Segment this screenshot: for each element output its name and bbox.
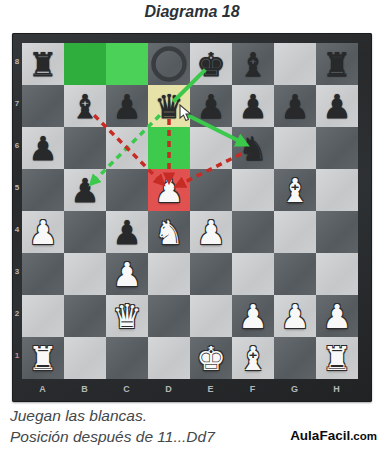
piece-black-bishop[interactable]: ♝	[64, 85, 106, 127]
piece-white-pawn[interactable]: ♟	[106, 253, 148, 295]
square-g3[interactable]	[274, 253, 316, 295]
square-h1[interactable]: ♜	[316, 337, 358, 379]
square-e4[interactable]: ♟	[190, 211, 232, 253]
file-label-e: E	[190, 384, 232, 394]
square-c4[interactable]: ♟	[106, 211, 148, 253]
piece-white-pawn[interactable]: ♟	[316, 295, 358, 337]
square-b8[interactable]	[64, 43, 106, 85]
logo-brand: AulaFacil	[290, 428, 350, 443]
square-e2[interactable]	[190, 295, 232, 337]
rank-label-4: 4	[12, 225, 22, 234]
square-a2[interactable]	[22, 295, 64, 337]
square-c2[interactable]: ♛	[106, 295, 148, 337]
page: Diagrama 18 ♜♚♝♜♝♟♛♟♟♟♟♟♞♟♟♝♟♟♞♟♟♛♟♟♟♜♚♝…	[0, 0, 384, 452]
caption-block: Juegan las blancas. Posición después de …	[10, 405, 215, 447]
piece-black-pawn[interactable]: ♟	[106, 211, 148, 253]
square-e8[interactable]: ♚	[190, 43, 232, 85]
square-g6[interactable]	[274, 127, 316, 169]
square-a1[interactable]: ♜	[22, 337, 64, 379]
piece-white-bishop[interactable]: ♝	[274, 169, 316, 211]
file-label-h: H	[316, 384, 358, 394]
piece-black-knight[interactable]: ♞	[232, 127, 274, 169]
square-b2[interactable]	[64, 295, 106, 337]
file-label-f: F	[232, 384, 274, 394]
square-a6[interactable]: ♟	[22, 127, 64, 169]
square-d3[interactable]	[148, 253, 190, 295]
file-label-d: D	[148, 384, 190, 394]
square-g5[interactable]: ♝	[274, 169, 316, 211]
square-b4[interactable]	[64, 211, 106, 253]
chess-board: ♜♚♝♜♝♟♛♟♟♟♟♟♞♟♟♝♟♟♞♟♟♛♟♟♟♜♚♝♜	[22, 43, 358, 379]
square-f3[interactable]	[232, 253, 274, 295]
square-f4[interactable]	[232, 211, 274, 253]
piece-white-pawn[interactable]: ♟	[22, 211, 64, 253]
square-c7[interactable]: ♟	[106, 85, 148, 127]
piece-black-pawn[interactable]: ♟	[22, 127, 64, 169]
piece-black-rook[interactable]: ♜	[316, 43, 358, 85]
square-d1[interactable]	[148, 337, 190, 379]
square-h4[interactable]	[316, 211, 358, 253]
square-f2[interactable]: ♟	[232, 295, 274, 337]
square-h6[interactable]	[316, 127, 358, 169]
rank-label-3: 3	[12, 267, 22, 276]
square-h5[interactable]	[316, 169, 358, 211]
square-e3[interactable]	[190, 253, 232, 295]
square-f1[interactable]: ♝	[232, 337, 274, 379]
piece-black-pawn[interactable]: ♟	[106, 85, 148, 127]
square-e5[interactable]	[190, 169, 232, 211]
square-f7[interactable]: ♟	[232, 85, 274, 127]
piece-white-pawn[interactable]: ♟	[148, 169, 190, 211]
rank-label-8: 8	[12, 57, 22, 66]
piece-white-pawn[interactable]: ♟	[274, 295, 316, 337]
file-label-c: C	[106, 384, 148, 394]
square-h3[interactable]	[316, 253, 358, 295]
logo-tld: .com	[350, 430, 377, 442]
square-g2[interactable]: ♟	[274, 295, 316, 337]
square-g4[interactable]	[274, 211, 316, 253]
square-a3[interactable]	[22, 253, 64, 295]
square-g8[interactable]	[274, 43, 316, 85]
square-e1[interactable]: ♚	[190, 337, 232, 379]
diagram-title: Diagrama 18	[0, 3, 384, 21]
piece-white-king[interactable]: ♚	[190, 337, 232, 379]
rank-label-2: 2	[12, 309, 22, 318]
piece-white-queen[interactable]: ♛	[106, 295, 148, 337]
square-a7[interactable]	[22, 85, 64, 127]
square-e6[interactable]	[190, 127, 232, 169]
piece-black-bishop[interactable]: ♝	[232, 43, 274, 85]
piece-black-queen[interactable]: ♛	[148, 85, 190, 127]
file-label-a: A	[22, 384, 64, 394]
square-a8[interactable]: ♜	[22, 43, 64, 85]
square-c5[interactable]	[106, 169, 148, 211]
square-d7[interactable]: ♛	[148, 85, 190, 127]
piece-white-bishop[interactable]: ♝	[232, 337, 274, 379]
piece-black-rook[interactable]: ♜	[22, 43, 64, 85]
piece-black-pawn[interactable]: ♟	[232, 85, 274, 127]
square-f5[interactable]	[232, 169, 274, 211]
caption-turn: Juegan las blancas.	[10, 405, 215, 426]
piece-black-pawn[interactable]: ♟	[316, 85, 358, 127]
rank-label-5: 5	[12, 183, 22, 192]
square-c1[interactable]	[106, 337, 148, 379]
rank-label-1: 1	[12, 351, 22, 360]
piece-white-knight[interactable]: ♞	[148, 211, 190, 253]
square-b5[interactable]: ♟	[64, 169, 106, 211]
square-b7[interactable]: ♝	[64, 85, 106, 127]
square-d8[interactable]	[148, 43, 190, 85]
square-h2[interactable]: ♟	[316, 295, 358, 337]
piece-white-pawn[interactable]: ♟	[232, 295, 274, 337]
square-h8[interactable]: ♜	[316, 43, 358, 85]
square-b3[interactable]	[64, 253, 106, 295]
piece-black-pawn[interactable]: ♟	[64, 169, 106, 211]
square-d5[interactable]: ♟	[148, 169, 190, 211]
site-logo: AulaFacil.com	[290, 426, 377, 444]
square-g1[interactable]	[274, 337, 316, 379]
square-h7[interactable]: ♟	[316, 85, 358, 127]
piece-black-king[interactable]: ♚	[190, 43, 232, 85]
square-d6[interactable]	[148, 127, 190, 169]
caption-position: Posición después de 11...Dd7	[10, 426, 215, 447]
chess-board-frame: ♜♚♝♜♝♟♛♟♟♟♟♟♞♟♟♝♟♟♞♟♟♛♟♟♟♜♚♝♜ 87654321AB…	[12, 33, 372, 402]
square-b1[interactable]	[64, 337, 106, 379]
square-e7[interactable]: ♟	[190, 85, 232, 127]
square-b6[interactable]	[64, 127, 106, 169]
piece-black-pawn[interactable]: ♟	[190, 85, 232, 127]
rank-label-7: 7	[12, 99, 22, 108]
rank-label-6: 6	[12, 141, 22, 150]
piece-white-pawn[interactable]: ♟	[190, 211, 232, 253]
piece-black-pawn[interactable]: ♟	[274, 85, 316, 127]
piece-white-rook[interactable]: ♜	[316, 337, 358, 379]
square-a5[interactable]	[22, 169, 64, 211]
file-label-g: G	[274, 384, 316, 394]
square-f6[interactable]: ♞	[232, 127, 274, 169]
square-c6[interactable]	[106, 127, 148, 169]
square-g7[interactable]: ♟	[274, 85, 316, 127]
square-d4[interactable]: ♞	[148, 211, 190, 253]
square-c8[interactable]	[106, 43, 148, 85]
square-d2[interactable]	[148, 295, 190, 337]
piece-white-rook[interactable]: ♜	[22, 337, 64, 379]
file-label-b: B	[64, 384, 106, 394]
square-f8[interactable]: ♝	[232, 43, 274, 85]
square-c3[interactable]: ♟	[106, 253, 148, 295]
square-a4[interactable]: ♟	[22, 211, 64, 253]
